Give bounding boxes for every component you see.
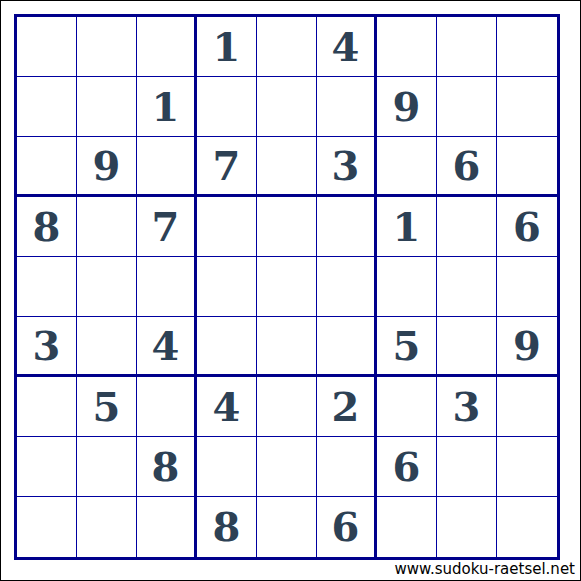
- cell-r7c3[interactable]: [137, 377, 197, 437]
- cell-r3c7[interactable]: [377, 137, 437, 197]
- cell-r8c5[interactable]: [257, 437, 317, 497]
- given-digit: 9: [513, 326, 541, 366]
- sudoku-page: 141997368716345954238686 www.sudoku-raet…: [0, 0, 581, 581]
- given-digit: 5: [93, 387, 121, 427]
- cell-r1c3[interactable]: [137, 17, 197, 77]
- cell-r9c4[interactable]: 8: [197, 497, 257, 557]
- given-digit: 6: [393, 447, 421, 487]
- cell-r2c1[interactable]: [17, 77, 77, 137]
- given-digit: 1: [393, 207, 421, 247]
- cell-r1c1[interactable]: [17, 17, 77, 77]
- cell-r9c9[interactable]: [497, 497, 557, 557]
- given-digit: 3: [453, 387, 481, 427]
- cell-r6c3[interactable]: 4: [137, 317, 197, 377]
- given-digit: 4: [152, 326, 180, 366]
- cell-r2c8[interactable]: [437, 77, 497, 137]
- cell-r6c7[interactable]: 5: [377, 317, 437, 377]
- cell-r8c8[interactable]: [437, 437, 497, 497]
- cell-r9c2[interactable]: [77, 497, 137, 557]
- given-digit: 6: [332, 507, 360, 547]
- cell-r9c1[interactable]: [17, 497, 77, 557]
- cell-r4c9[interactable]: 6: [497, 197, 557, 257]
- cell-r3c3[interactable]: [137, 137, 197, 197]
- cell-r1c6[interactable]: 4: [317, 17, 377, 77]
- cell-r8c6[interactable]: [317, 437, 377, 497]
- given-digit: 8: [33, 207, 61, 247]
- cell-r6c6[interactable]: [317, 317, 377, 377]
- cell-r9c6[interactable]: 6: [317, 497, 377, 557]
- given-digit: 6: [513, 207, 541, 247]
- cell-r5c5[interactable]: [257, 257, 317, 317]
- cell-r9c3[interactable]: [137, 497, 197, 557]
- cell-r1c5[interactable]: [257, 17, 317, 77]
- cell-r8c7[interactable]: 6: [377, 437, 437, 497]
- given-digit: 3: [332, 146, 360, 186]
- cell-r7c8[interactable]: 3: [437, 377, 497, 437]
- cell-r6c8[interactable]: [437, 317, 497, 377]
- cell-r5c3[interactable]: [137, 257, 197, 317]
- cell-r1c8[interactable]: [437, 17, 497, 77]
- cell-r6c1[interactable]: 3: [17, 317, 77, 377]
- website-credit: www.sudoku-raetsel.net: [395, 560, 575, 578]
- given-digit: 6: [453, 146, 481, 186]
- given-digit: 1: [213, 27, 241, 67]
- cell-r1c7[interactable]: [377, 17, 437, 77]
- given-digit: 8: [152, 447, 180, 487]
- cell-r4c2[interactable]: [77, 197, 137, 257]
- cell-r4c1[interactable]: 8: [17, 197, 77, 257]
- cell-r1c4[interactable]: 1: [197, 17, 257, 77]
- sudoku-board: 141997368716345954238686: [14, 14, 560, 560]
- cell-r2c6[interactable]: [317, 77, 377, 137]
- cell-r4c4[interactable]: [197, 197, 257, 257]
- cell-r5c4[interactable]: [197, 257, 257, 317]
- cell-r5c8[interactable]: [437, 257, 497, 317]
- cell-r2c9[interactable]: [497, 77, 557, 137]
- cell-r5c6[interactable]: [317, 257, 377, 317]
- cell-r6c5[interactable]: [257, 317, 317, 377]
- given-digit: 7: [213, 146, 241, 186]
- given-digit: 9: [93, 146, 121, 186]
- cell-r4c7[interactable]: 1: [377, 197, 437, 257]
- cell-r3c2[interactable]: 9: [77, 137, 137, 197]
- cell-r4c5[interactable]: [257, 197, 317, 257]
- cell-r2c7[interactable]: 9: [377, 77, 437, 137]
- cell-r2c2[interactable]: [77, 77, 137, 137]
- cell-r3c8[interactable]: 6: [437, 137, 497, 197]
- cell-r6c4[interactable]: [197, 317, 257, 377]
- cell-r6c2[interactable]: [77, 317, 137, 377]
- given-digit: 4: [213, 387, 241, 427]
- given-digit: 8: [213, 507, 241, 547]
- cell-r8c9[interactable]: [497, 437, 557, 497]
- cell-r5c9[interactable]: [497, 257, 557, 317]
- cell-r7c1[interactable]: [17, 377, 77, 437]
- cell-r6c9[interactable]: 9: [497, 317, 557, 377]
- given-digit: 5: [393, 326, 421, 366]
- given-digit: 7: [152, 207, 180, 247]
- cell-r8c2[interactable]: [77, 437, 137, 497]
- cell-r5c7[interactable]: [377, 257, 437, 317]
- cell-r4c8[interactable]: [437, 197, 497, 257]
- given-digit: 3: [33, 326, 61, 366]
- cell-r1c2[interactable]: [77, 17, 137, 77]
- cell-r3c4[interactable]: 7: [197, 137, 257, 197]
- given-digit: 2: [332, 387, 360, 427]
- cell-r9c5[interactable]: [257, 497, 317, 557]
- cell-r8c3[interactable]: 8: [137, 437, 197, 497]
- given-digit: 1: [152, 87, 180, 127]
- cell-r7c6[interactable]: 2: [317, 377, 377, 437]
- given-digit: 4: [332, 27, 360, 67]
- cell-r9c7[interactable]: [377, 497, 437, 557]
- cell-r4c3[interactable]: 7: [137, 197, 197, 257]
- cell-r2c4[interactable]: [197, 77, 257, 137]
- cell-r7c7[interactable]: [377, 377, 437, 437]
- cell-r2c3[interactable]: 1: [137, 77, 197, 137]
- cell-r3c9[interactable]: [497, 137, 557, 197]
- cell-r8c1[interactable]: [17, 437, 77, 497]
- cell-r3c5[interactable]: [257, 137, 317, 197]
- cell-r3c6[interactable]: 3: [317, 137, 377, 197]
- cell-r7c9[interactable]: [497, 377, 557, 437]
- cell-r7c4[interactable]: 4: [197, 377, 257, 437]
- cell-r7c5[interactable]: [257, 377, 317, 437]
- cell-r7c2[interactable]: 5: [77, 377, 137, 437]
- cell-r5c2[interactable]: [77, 257, 137, 317]
- cell-r8c4[interactable]: [197, 437, 257, 497]
- given-digit: 9: [393, 87, 421, 127]
- cell-r2c5[interactable]: [257, 77, 317, 137]
- cell-r1c9[interactable]: [497, 17, 557, 77]
- cell-r4c6[interactable]: [317, 197, 377, 257]
- cell-r5c1[interactable]: [17, 257, 77, 317]
- cell-r3c1[interactable]: [17, 137, 77, 197]
- cell-r9c8[interactable]: [437, 497, 497, 557]
